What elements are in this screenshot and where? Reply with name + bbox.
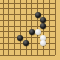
white-stone <box>40 40 46 46</box>
board-grid-line-vertical <box>37 0 38 55</box>
board-grid-line-vertical <box>55 0 56 55</box>
white-stone <box>35 29 41 35</box>
black-stone <box>40 23 46 29</box>
board-grid-line-vertical <box>31 0 32 55</box>
board-grid-line-vertical <box>3 0 4 55</box>
board-grid-line-vertical <box>8 0 9 55</box>
go-board[interactable] <box>0 0 60 60</box>
board-grid-line-vertical <box>20 0 21 55</box>
board-grid-line-vertical <box>26 0 27 55</box>
board-grid-line-vertical <box>49 0 50 55</box>
black-stone <box>29 29 35 35</box>
board-grid-line-vertical <box>14 0 15 55</box>
black-stone <box>17 35 23 41</box>
black-stone <box>35 12 41 18</box>
black-stone <box>23 40 29 46</box>
